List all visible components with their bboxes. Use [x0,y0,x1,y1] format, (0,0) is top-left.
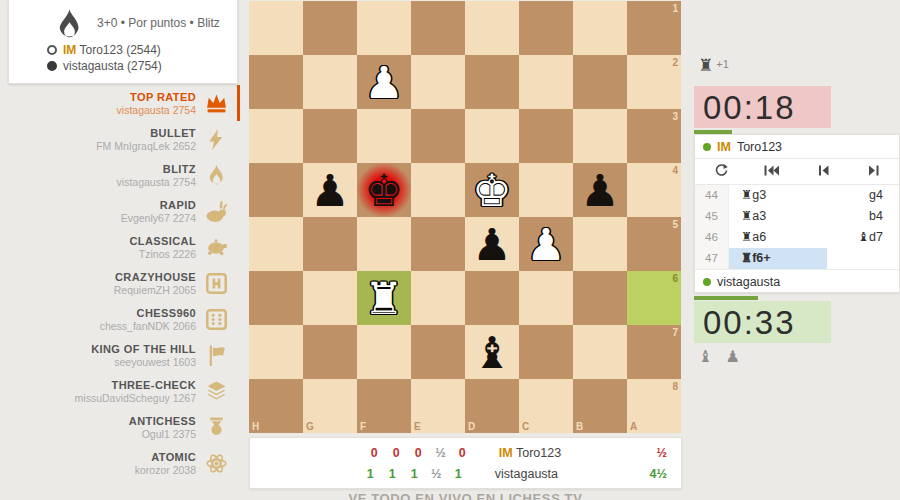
player-name-bottom[interactable]: vistagausta [717,275,780,289]
square-e4[interactable] [411,163,465,217]
move-number: 46 [695,227,729,248]
black-bishop-piece: ♝ [465,325,519,379]
channel-label: KING OF THE HILL [91,343,196,355]
move-row: 46♜a6♝d7 [695,227,899,248]
square-e2[interactable] [411,55,465,109]
game-result[interactable]: ½ [430,467,443,481]
square-b5[interactable] [573,217,627,271]
rank-label: 1 [672,3,678,14]
channel-label: CRAZYHOUSE [114,271,196,283]
dice-icon [205,308,228,331]
square-h3[interactable] [249,109,303,163]
file-label: A [630,421,637,432]
rank-label: 2 [672,57,678,68]
sidebar-item-blitz[interactable]: BLITZvistagausta 2754 [0,162,240,188]
next-move-button[interactable] [848,159,899,184]
rank-label: 3 [672,111,678,122]
square-c7[interactable] [519,325,573,379]
square-h6[interactable] [249,271,303,325]
square-d6[interactable] [465,271,519,325]
game-result[interactable]: 1 [364,467,377,481]
square-b1[interactable] [573,1,627,55]
sidebar-item-three-check[interactable]: THREE-CHECKmissuDavidScheguy 1267 [0,378,240,404]
square-f1[interactable] [357,1,411,55]
white-move[interactable]: ♜a6 [729,227,827,248]
square-g5[interactable] [303,217,357,271]
square-d5[interactable]: ♟ [465,217,519,271]
player-row-top[interactable]: IM Toro123 [695,135,899,158]
clock-top: 00:18 [694,86,831,128]
atom-icon [205,452,228,475]
square-c3[interactable] [519,109,573,163]
square-a2[interactable]: 2 [627,55,681,109]
square-f2[interactable]: ♟ [357,55,411,109]
square-h4[interactable] [249,163,303,217]
channel-player: seeyouwest 1603 [91,356,196,368]
square-e8[interactable]: E [411,379,465,433]
time-bar-bottom [694,296,758,300]
square-a4[interactable]: 4 [627,163,681,217]
bolt-icon [205,128,228,151]
rank-label: 4 [672,165,678,176]
next-move-icon [867,164,881,179]
white-king-piece: ♚ [465,163,519,217]
square-h7[interactable] [249,325,303,379]
square-c1[interactable] [519,1,573,55]
blitz-flame-icon [53,8,86,45]
square-g3[interactable] [303,109,357,163]
square-e1[interactable] [411,1,465,55]
square-c4[interactable] [519,163,573,217]
captured-pieces-bottom: ♝ ♟ [698,347,744,366]
channel-player: FM MnIgraqLek 2652 [96,140,196,152]
sidebar-item-classical[interactable]: CLASSICALTzinos 2226 [0,234,240,260]
channel-label: RAPID [121,199,196,211]
black-move[interactable]: ♝d7 [827,227,899,248]
channel-player: RequiemZH 2065 [114,284,196,296]
sidebar-item-chess960[interactable]: CHESS960chess_fanNDK 2066 [0,306,240,332]
square-e6[interactable] [411,271,465,325]
black-pawn-piece: ♟ [573,163,627,217]
sidebar-item-top-rated[interactable]: TOP RATEDvistagausta 2754 [0,90,240,116]
channel-player: chess_fanNDK 2066 [100,320,196,332]
flip-board-button[interactable] [695,159,746,184]
flame-icon [205,164,228,187]
square-f6[interactable]: ♜ [357,271,411,325]
square-f3[interactable] [357,109,411,163]
channel-label: BLITZ [117,163,196,175]
captured-pieces-top: ♜+1 [698,55,729,75]
move-row: 45♜a3b4 [695,206,899,227]
online-dot-icon [703,278,711,286]
square-f5[interactable] [357,217,411,271]
rank-label: 8 [672,381,678,392]
score-player-name[interactable]: vistagausta [495,467,650,481]
antichess-icon [205,416,228,439]
score-total: ½ [657,446,681,460]
square-g1[interactable] [303,1,357,55]
square-d2[interactable] [465,55,519,109]
white-player-line[interactable]: IM Toro123 (2544) [47,43,161,57]
black-king-piece: ♚ [357,163,411,217]
square-b8[interactable]: B [573,379,627,433]
game-result[interactable]: ½ [434,446,447,460]
square-c6[interactable] [519,271,573,325]
sidebar-item-crazyhouse[interactable]: CRAZYHOUSERequiemZH 2065 [0,270,240,296]
square-c8[interactable]: C [519,379,573,433]
file-label: C [522,421,529,432]
player-name-top[interactable]: Toro123 [737,140,782,154]
channel-player: korozor 2038 [135,464,196,476]
square-a7[interactable]: 7 [627,325,681,379]
player-row-bottom[interactable]: vistagausta [695,269,899,293]
channel-player: Evgenly67 2274 [121,212,196,224]
file-label: E [414,421,421,432]
move-panel: IM Toro123 44♜g3g445♜a3b446♜a6♝d747♜f6+ … [694,134,900,293]
square-d7[interactable]: ♝ [465,325,519,379]
white-move[interactable]: ♜a3 [729,206,827,227]
channel-label: CHESS960 [100,307,196,319]
flag-icon [205,344,228,367]
game-result[interactable]: 0 [368,446,381,460]
replay-controls [695,158,899,185]
move-number: 45 [695,206,729,227]
square-f4[interactable]: ♚ [357,163,411,217]
square-g6[interactable] [303,271,357,325]
channel-label: THREE-CHECK [75,379,196,391]
square-d1[interactable] [465,1,519,55]
black-color-icon [47,61,57,71]
rabbit-icon [205,200,228,223]
square-b3[interactable] [573,109,627,163]
channel-player: Tzinos 2226 [129,248,196,260]
game-result[interactable]: 0 [456,446,469,460]
channel-label: TOP RATED [117,91,196,103]
square-d3[interactable] [465,109,519,163]
sidebar-item-atomic[interactable]: ATOMICkorozor 2038 [0,450,240,476]
white-pawn-piece: ♟ [519,217,573,271]
square-g8[interactable]: G [303,379,357,433]
sidebar-item-rapid[interactable]: RAPIDEvgenly67 2274 [0,198,240,224]
file-label: H [252,421,259,432]
file-label: B [576,421,583,432]
file-label: G [306,421,314,432]
game-result[interactable]: 1 [386,467,399,481]
previous-move-button[interactable] [797,159,848,184]
square-g7[interactable] [303,325,357,379]
game-info-card: 3+0 • Por puntos • Blitz IM Toro123 (254… [8,0,238,84]
move-row: 44♜g3g4 [695,185,899,206]
square-d8[interactable]: D [465,379,519,433]
file-label: F [360,421,366,432]
game-result[interactable]: 0 [390,446,403,460]
match-score-table: 000½0IM Toro123½111½1vistagausta4½ [249,437,682,489]
score-row: 000½0IM Toro123½ [250,442,681,463]
square-g4[interactable]: ♟ [303,163,357,217]
score-player-name[interactable]: IM Toro123 [499,446,657,460]
square-f7[interactable] [357,325,411,379]
online-dot-icon [703,143,711,151]
rank-label: 6 [672,273,678,284]
square-g2[interactable] [303,55,357,109]
rank-label: 7 [672,327,678,338]
channel-label: ATOMIC [135,451,196,463]
game-meta: 3+0 • Por puntos • Blitz [97,16,220,30]
game-result[interactable]: 1 [408,467,421,481]
move-list: 44♜g3g445♜a3b446♜a6♝d747♜f6+ [695,185,899,269]
white-rook-piece: ♜ [357,271,411,325]
clock-bottom: 00:33 [694,301,831,343]
square-a8[interactable]: 8A [627,379,681,433]
crazyhouse-icon [205,272,228,295]
square-b7[interactable] [573,325,627,379]
sidebar-item-bullet[interactable]: BULLETFM MnIgraqLek 2652 [0,126,240,152]
channel-player: Ogul1 2375 [129,428,196,440]
score-row: 111½1vistagausta4½ [250,463,681,484]
previous-move-icon [816,164,830,179]
channel-label: CLASSICAL [129,235,196,247]
move-number: 44 [695,185,729,206]
square-e3[interactable] [411,109,465,163]
player-title: IM [717,140,731,154]
square-h8[interactable]: H [249,379,303,433]
white-color-icon [47,45,57,55]
square-e5[interactable] [411,217,465,271]
score-total: 4½ [650,467,681,481]
move-row: 47♜f6+ [695,248,899,269]
turtle-icon [205,236,228,259]
square-b6[interactable] [573,271,627,325]
square-b4[interactable]: ♟ [573,163,627,217]
channel-player: vistagausta 2754 [117,104,196,116]
white-pawn-piece: ♟ [357,55,411,109]
first-move-button[interactable] [746,159,797,184]
first-move-icon [763,164,780,179]
white-player-name: Toro123 (2544) [79,43,160,57]
square-a6[interactable]: 6 [627,271,681,325]
player-title: IM [499,446,513,460]
square-e7[interactable] [411,325,465,379]
square-h5[interactable] [249,217,303,271]
white-player-title: IM [63,43,76,57]
clipped-heading: VE TODO EN VIVO EN LICHESS TV [249,491,682,500]
captured-rook-icon: ♜ [698,55,713,75]
square-f8[interactable]: F [357,379,411,433]
move-number: 47 [695,248,729,269]
square-b2[interactable] [573,55,627,109]
sidebar-item-king-of-the-hill[interactable]: KING OF THE HILLseeyouwest 1603 [0,342,240,368]
channel-player: missuDavidScheguy 1267 [75,392,196,404]
square-d4[interactable]: ♚ [465,163,519,217]
channel-label: BULLET [96,127,196,139]
black-move[interactable] [827,248,899,269]
game-result[interactable]: 0 [412,446,425,460]
rank-label: 5 [672,219,678,230]
flip-board-icon [714,164,728,179]
black-move[interactable]: b4 [827,206,899,227]
white-move[interactable]: ♜f6+ [729,248,827,269]
square-c5[interactable]: ♟ [519,217,573,271]
square-a5[interactable]: 5 [627,217,681,271]
square-c2[interactable] [519,55,573,109]
layers-icon [205,380,228,403]
black-pawn-piece: ♟ [303,163,357,217]
white-move[interactable]: ♜g3 [729,185,827,206]
black-pawn-piece: ♟ [465,217,519,271]
square-a3[interactable]: 3 [627,109,681,163]
sidebar-item-antichess[interactable]: ANTICHESSOgul1 2375 [0,414,240,440]
crown-icon [205,92,228,115]
square-a1[interactable]: 1 [627,1,681,55]
black-move[interactable]: g4 [827,185,899,206]
black-player-line[interactable]: vistagausta (2754) [47,59,162,73]
material-advantage: +1 [716,58,729,70]
square-h1[interactable] [249,1,303,55]
file-label: D [468,421,475,432]
game-result[interactable]: 1 [452,467,465,481]
tv-channel-sidebar: TOP RATEDvistagausta 2754BULLETFM MnIgra… [0,90,240,486]
chess-board: 1♟23♟♚♚♟4♟♟5♜6♝7HGFEDCB8A [249,1,681,433]
channel-player: vistagausta 2754 [117,176,196,188]
square-h2[interactable] [249,55,303,109]
black-player-name: vistagausta (2754) [63,59,162,73]
channel-label: ANTICHESS [129,415,196,427]
